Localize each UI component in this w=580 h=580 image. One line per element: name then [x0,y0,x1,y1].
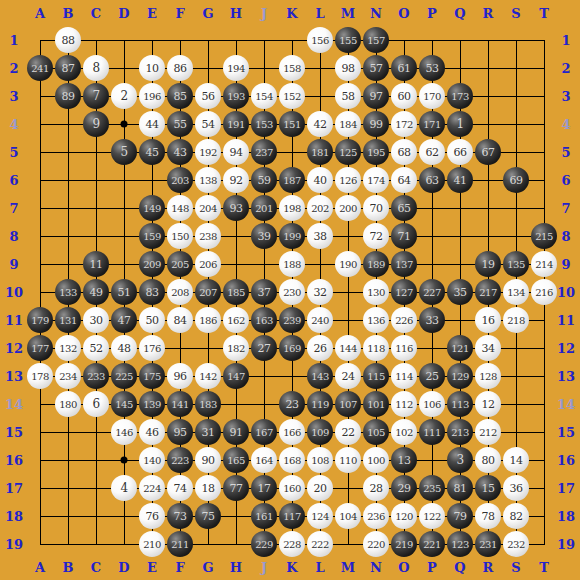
stone-move-number: 61 [398,62,411,75]
stone-r5-move-67: 67 [475,139,501,165]
stone-k9-move-188: 188 [279,251,305,277]
stone-move-number: 58 [342,90,355,103]
stone-b1-move-88: 88 [55,27,81,53]
col-label-bottom-p: P [427,561,437,574]
stone-h6-move-92: 92 [223,167,249,193]
stone-t10-move-216: 216 [531,279,557,305]
row-label-right-14: 14 [557,398,575,411]
stone-move-number: 130 [367,287,385,298]
stone-move-number: 153 [255,119,273,130]
stone-move-number: 145 [115,399,133,410]
stone-move-number: 73 [174,510,187,523]
stone-l14-move-119: 119 [307,391,333,417]
stone-l6-move-40: 40 [307,167,333,193]
stone-q17-move-81: 81 [447,475,473,501]
stone-o5-move-68: 68 [391,139,417,165]
stone-move-number: 227 [423,287,441,298]
stone-move-number: 138 [199,175,217,186]
stone-move-number: 70 [370,202,383,215]
stone-move-number: 120 [395,511,413,522]
stone-e5-move-45: 45 [139,139,165,165]
row-label-right-8: 8 [561,230,570,243]
col-label-bottom-k: K [286,561,297,574]
stone-move-number: 187 [283,175,301,186]
stone-move-number: 75 [202,510,215,523]
stone-p14-move-106: 106 [419,391,445,417]
stone-move-number: 38 [314,230,327,243]
col-label-bottom-g: G [202,561,213,574]
stone-f9-move-205: 205 [167,251,193,277]
stone-move-number: 19 [482,258,495,271]
stone-n3-move-97: 97 [363,83,389,109]
stone-move-number: 72 [370,230,383,243]
stone-m7-move-200: 200 [335,195,361,221]
stone-move-number: 24 [342,370,355,383]
stone-d11-move-47: 47 [111,307,137,333]
star-point-d4 [121,121,128,128]
stone-move-number: 151 [283,119,301,130]
stone-move-number: 104 [339,511,357,522]
col-label-top-p: P [427,7,437,20]
stone-o15-move-102: 102 [391,419,417,445]
stone-move-number: 95 [174,426,187,439]
col-label-bottom-r: R [483,561,494,574]
row-label-left-14: 14 [5,398,23,411]
stone-f6-move-203: 203 [167,167,193,193]
stone-b13-move-234: 234 [55,363,81,389]
col-label-bottom-l: L [315,561,324,574]
row-label-right-3: 3 [561,90,570,103]
stone-o4-move-172: 172 [391,111,417,137]
stone-l10-move-32: 32 [307,279,333,305]
stone-move-number: 194 [227,63,245,74]
stone-move-number: 113 [451,399,469,410]
stone-move-number: 188 [283,259,301,270]
stone-move-number: 228 [283,539,301,550]
stone-c2-move-8: 8 [83,55,109,81]
stone-o2-move-61: 61 [391,55,417,81]
stone-move-number: 57 [370,62,383,75]
stone-move-number: 207 [199,287,217,298]
stone-move-number: 88 [62,34,75,47]
col-label-top-k: K [286,7,297,20]
col-label-top-h: H [230,7,242,20]
stone-f2-move-86: 86 [167,55,193,81]
col-label-top-c: C [91,7,101,20]
stone-move-number: 13 [398,454,411,467]
stone-move-number: 49 [90,286,103,299]
stone-j5-move-237: 237 [251,139,277,165]
stone-o16-move-13: 13 [391,447,417,473]
stone-g5-move-192: 192 [195,139,221,165]
stone-q18-move-79: 79 [447,503,473,529]
stone-e10-move-83: 83 [139,279,165,305]
stone-l18-move-124: 124 [307,503,333,529]
stone-move-number: 3 [456,453,463,467]
stone-move-number: 224 [143,483,161,494]
stone-move-number: 56 [202,90,215,103]
stone-move-number: 173 [451,91,469,102]
row-label-right-18: 18 [557,510,575,523]
stone-move-number: 77 [230,482,243,495]
stone-t8-move-215: 215 [531,223,557,249]
row-label-left-1: 1 [9,34,18,47]
stone-h13-move-147: 147 [223,363,249,389]
col-label-bottom-a: A [35,561,45,574]
stone-k3-move-152: 152 [279,83,305,109]
stone-q4-move-1: 1 [447,111,473,137]
col-label-top-m: M [341,7,355,20]
stone-f5-move-43: 43 [167,139,193,165]
stone-p5-move-62: 62 [419,139,445,165]
stone-move-number: 6 [92,397,99,411]
row-label-right-15: 15 [557,426,575,439]
row-label-left-3: 3 [9,90,18,103]
stone-move-number: 216 [535,287,553,298]
stone-n18-move-236: 236 [363,503,389,529]
row-label-right-9: 9 [561,258,570,271]
stone-move-number: 83 [146,286,159,299]
stone-move-number: 198 [283,203,301,214]
stone-move-number: 4 [120,481,127,495]
stone-move-number: 241 [31,63,49,74]
stone-g8-move-238: 238 [195,223,221,249]
stone-move-number: 39 [258,230,271,243]
stone-n8-move-72: 72 [363,223,389,249]
row-label-left-4: 4 [9,118,18,131]
stone-move-number: 205 [171,259,189,270]
stone-c14-move-6: 6 [83,391,109,417]
stone-r16-move-80: 80 [475,447,501,473]
stone-j16-move-164: 164 [251,447,277,473]
row-label-right-10: 10 [557,286,575,299]
stone-move-number: 157 [367,35,385,46]
stone-f13-move-96: 96 [167,363,193,389]
stone-move-number: 225 [115,371,133,382]
stone-move-number: 122 [423,511,441,522]
stone-move-number: 62 [426,146,439,159]
stone-e13-move-175: 175 [139,363,165,389]
stone-move-number: 129 [451,371,469,382]
col-label-top-o: O [398,7,409,20]
stone-move-number: 184 [339,119,357,130]
row-label-left-15: 15 [5,426,23,439]
stone-o10-move-127: 127 [391,279,417,305]
stone-move-number: 209 [143,259,161,270]
stone-move-number: 214 [535,259,553,270]
row-label-left-13: 13 [5,370,23,383]
stone-a2-move-241: 241 [27,55,53,81]
stone-r19-move-231: 231 [475,531,501,557]
row-label-left-8: 8 [9,230,18,243]
stone-e4-move-44: 44 [139,111,165,137]
stone-move-number: 53 [426,62,439,75]
stone-n1-move-157: 157 [363,27,389,53]
stone-j3-move-154: 154 [251,83,277,109]
stone-move-number: 26 [314,342,327,355]
stone-q5-move-66: 66 [447,139,473,165]
stone-move-number: 25 [426,370,439,383]
stone-q13-move-129: 129 [447,363,473,389]
stone-move-number: 102 [395,427,413,438]
stone-h17-move-77: 77 [223,475,249,501]
col-label-top-r: R [483,7,494,20]
stone-move-number: 67 [482,146,495,159]
stone-move-number: 87 [62,62,75,75]
stone-move-number: 155 [339,35,357,46]
stone-move-number: 163 [255,315,273,326]
stone-j15-move-167: 167 [251,419,277,445]
col-label-top-n: N [370,7,382,20]
stone-p2-move-53: 53 [419,55,445,81]
stone-move-number: 128 [479,371,497,382]
stone-e18-move-76: 76 [139,503,165,529]
stone-move-number: 217 [479,287,497,298]
stone-q12-move-121: 121 [447,335,473,361]
stone-move-number: 240 [311,315,329,326]
stone-c10-move-49: 49 [83,279,109,305]
stone-k18-move-117: 117 [279,503,305,529]
stone-move-number: 105 [367,427,385,438]
row-label-right-19: 19 [557,538,575,551]
stone-q19-move-123: 123 [447,531,473,557]
stone-l13-move-143: 143 [307,363,333,389]
row-label-left-9: 9 [9,258,18,271]
stone-move-number: 165 [227,455,245,466]
stone-f10-move-208: 208 [167,279,193,305]
stone-r17-move-15: 15 [475,475,501,501]
stone-move-number: 131 [59,315,77,326]
stone-q14-move-113: 113 [447,391,473,417]
stone-move-number: 208 [171,287,189,298]
stone-move-number: 23 [286,398,299,411]
row-label-left-2: 2 [9,62,18,75]
stone-d5-move-5: 5 [111,139,137,165]
stone-move-number: 94 [230,146,243,159]
stone-move-number: 100 [367,455,385,466]
stone-move-number: 30 [90,314,103,327]
stone-f19-move-211: 211 [167,531,193,557]
stone-move-number: 48 [118,342,131,355]
stone-n11-move-136: 136 [363,307,389,333]
stone-move-number: 32 [314,286,327,299]
stone-move-number: 59 [258,174,271,187]
stone-move-number: 170 [423,91,441,102]
stone-s19-move-232: 232 [503,531,529,557]
stone-p15-move-111: 111 [419,419,445,445]
col-label-bottom-h: H [230,561,242,574]
stone-move-number: 168 [283,455,301,466]
col-label-top-f: F [175,7,184,20]
stone-move-number: 239 [283,315,301,326]
col-label-top-d: D [118,7,129,20]
stone-j4-move-153: 153 [251,111,277,137]
stone-move-number: 93 [230,202,243,215]
stone-m14-move-107: 107 [335,391,361,417]
stone-o13-move-114: 114 [391,363,417,389]
stone-move-number: 167 [255,427,273,438]
stone-f18-move-73: 73 [167,503,193,529]
stone-d10-move-51: 51 [111,279,137,305]
stone-move-number: 134 [507,287,525,298]
stone-move-number: 110 [339,455,357,466]
stone-move-number: 210 [143,539,161,550]
stone-o17-move-29: 29 [391,475,417,501]
stone-move-number: 229 [255,539,273,550]
stone-move-number: 127 [395,287,413,298]
stone-n19-move-220: 220 [363,531,389,557]
star-point-d16 [121,457,128,464]
stone-move-number: 47 [118,314,131,327]
stone-s18-move-82: 82 [503,503,529,529]
stone-e3-move-196: 196 [139,83,165,109]
stone-j19-move-229: 229 [251,531,277,557]
stone-move-number: 18 [202,482,215,495]
stone-move-number: 171 [423,119,441,130]
col-label-bottom-d: D [118,561,129,574]
stone-r10-move-217: 217 [475,279,501,305]
stone-e9-move-209: 209 [139,251,165,277]
stone-move-number: 35 [454,286,467,299]
stone-move-number: 162 [227,315,245,326]
stone-o7-move-65: 65 [391,195,417,221]
stone-move-number: 221 [423,539,441,550]
col-label-top-a: A [35,7,45,20]
stone-move-number: 156 [311,35,329,46]
stone-move-number: 86 [174,62,187,75]
col-label-top-l: L [315,7,324,20]
stone-move-number: 189 [367,259,385,270]
stone-k6-move-187: 187 [279,167,305,193]
stone-k7-move-198: 198 [279,195,305,221]
stone-move-number: 29 [398,482,411,495]
stone-g10-move-207: 207 [195,279,221,305]
stone-h2-move-194: 194 [223,55,249,81]
stone-f4-move-55: 55 [167,111,193,137]
stone-move-number: 31 [202,426,215,439]
stone-move-number: 12 [482,398,495,411]
stone-m1-move-155: 155 [335,27,361,53]
col-label-bottom-f: F [175,561,184,574]
stone-move-number: 215 [535,231,553,242]
stone-p11-move-33: 33 [419,307,445,333]
stone-move-number: 201 [255,203,273,214]
stone-e14-move-139: 139 [139,391,165,417]
stone-move-number: 137 [395,259,413,270]
stone-d14-move-145: 145 [111,391,137,417]
stone-move-number: 50 [146,314,159,327]
col-label-bottom-q: Q [454,561,465,574]
row-label-left-19: 19 [5,538,23,551]
stone-move-number: 233 [87,371,105,382]
stone-p4-move-171: 171 [419,111,445,137]
stone-move-number: 63 [426,174,439,187]
stone-k4-move-151: 151 [279,111,305,137]
stone-l19-move-222: 222 [307,531,333,557]
stone-move-number: 231 [479,539,497,550]
stone-p10-move-227: 227 [419,279,445,305]
stone-q6-move-41: 41 [447,167,473,193]
stone-n10-move-130: 130 [363,279,389,305]
stone-c11-move-30: 30 [83,307,109,333]
stone-j6-move-59: 59 [251,167,277,193]
stone-f16-move-223: 223 [167,447,193,473]
stone-b3-move-89: 89 [55,83,81,109]
stone-n17-move-28: 28 [363,475,389,501]
stone-move-number: 169 [283,343,301,354]
stone-move-number: 192 [199,147,217,158]
stone-move-number: 180 [59,399,77,410]
stone-move-number: 212 [479,427,497,438]
row-label-right-17: 17 [557,482,575,495]
stone-g7-move-204: 204 [195,195,221,221]
stone-move-number: 45 [146,146,159,159]
stone-b10-move-133: 133 [55,279,81,305]
stone-k8-move-199: 199 [279,223,305,249]
stone-m18-move-104: 104 [335,503,361,529]
stone-e19-move-210: 210 [139,531,165,557]
stone-move-number: 213 [451,427,469,438]
stone-d13-move-225: 225 [111,363,137,389]
stone-move-number: 220 [367,539,385,550]
stone-move-number: 37 [258,286,271,299]
stone-p3-move-170: 170 [419,83,445,109]
stone-o19-move-219: 219 [391,531,417,557]
stone-move-number: 226 [395,315,413,326]
col-label-bottom-m: M [341,561,355,574]
stone-c12-move-52: 52 [83,335,109,361]
stone-s11-move-218: 218 [503,307,529,333]
stone-e16-move-140: 140 [139,447,165,473]
stone-move-number: 200 [339,203,357,214]
stone-move-number: 118 [367,343,385,354]
stone-n13-move-115: 115 [363,363,389,389]
stone-m4-move-184: 184 [335,111,361,137]
stone-g17-move-18: 18 [195,475,221,501]
stone-g11-move-186: 186 [195,307,221,333]
stone-move-number: 199 [283,231,301,242]
stone-move-number: 182 [227,343,245,354]
stone-n5-move-195: 195 [363,139,389,165]
row-label-right-7: 7 [561,202,570,215]
stone-move-number: 20 [314,482,327,495]
stone-m6-move-126: 126 [335,167,361,193]
stone-move-number: 178 [31,371,49,382]
stone-move-number: 81 [454,482,467,495]
stone-l8-move-38: 38 [307,223,333,249]
stone-j18-move-161: 161 [251,503,277,529]
stone-move-number: 5 [120,145,127,159]
stone-c9-move-11: 11 [83,251,109,277]
stone-move-number: 237 [255,147,273,158]
col-label-top-t: T [539,7,549,20]
stone-l5-move-181: 181 [307,139,333,165]
stone-move-number: 218 [507,315,525,326]
stone-move-number: 219 [395,539,413,550]
stone-move-number: 185 [227,287,245,298]
stone-b2-move-87: 87 [55,55,81,81]
stone-l11-move-240: 240 [307,307,333,333]
stone-move-number: 204 [199,203,217,214]
stone-move-number: 124 [311,511,329,522]
stone-move-number: 55 [174,118,187,131]
stone-d12-move-48: 48 [111,335,137,361]
stone-h4-move-191: 191 [223,111,249,137]
stone-move-number: 65 [398,202,411,215]
stone-f3-move-85: 85 [167,83,193,109]
stone-e17-move-224: 224 [139,475,165,501]
stone-m5-move-125: 125 [335,139,361,165]
